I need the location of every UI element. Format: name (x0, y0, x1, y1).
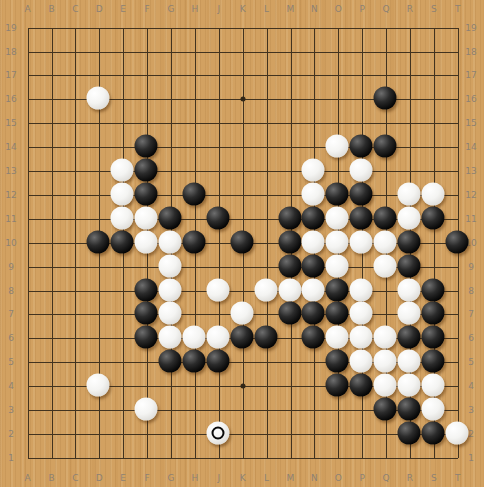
black-stone-S8[interactable] (421, 278, 444, 301)
coord-label-left-14: 14 (5, 142, 16, 152)
white-stone-N8[interactable] (302, 278, 325, 301)
coord-label-top-N: N (311, 4, 318, 14)
coord-label-top-H: H (192, 4, 199, 14)
coord-label-right-19: 19 (465, 23, 476, 33)
last-move-marker (211, 426, 224, 439)
coord-label-right-15: 15 (465, 118, 476, 128)
grid-line-vertical (219, 28, 220, 458)
white-stone-L8[interactable] (254, 278, 277, 301)
black-stone-D10[interactable] (87, 230, 110, 253)
white-stone-O6[interactable] (326, 326, 349, 349)
white-stone-H6[interactable] (182, 326, 205, 349)
coord-label-top-S: S (431, 4, 437, 14)
white-stone-P6[interactable] (350, 326, 373, 349)
star-point (240, 384, 245, 389)
coord-label-left-1: 1 (8, 453, 14, 463)
black-stone-K10[interactable] (230, 230, 253, 253)
black-stone-Q16[interactable] (374, 87, 397, 110)
coord-label-left-9: 9 (8, 262, 14, 272)
coord-label-left-11: 11 (5, 214, 16, 224)
black-stone-F13[interactable] (135, 159, 158, 182)
white-stone-F3[interactable] (135, 398, 158, 421)
coord-label-top-C: C (72, 4, 78, 14)
white-stone-D4[interactable] (87, 374, 110, 397)
coord-label-bottom-M: M (287, 473, 295, 483)
white-stone-E13[interactable] (111, 159, 134, 182)
black-stone-O7[interactable] (326, 302, 349, 325)
coord-label-left-13: 13 (5, 166, 16, 176)
black-stone-R3[interactable] (398, 398, 421, 421)
coord-label-right-12: 12 (465, 190, 476, 200)
black-stone-O8[interactable] (326, 278, 349, 301)
coord-label-left-15: 15 (5, 118, 16, 128)
coord-label-left-6: 6 (8, 333, 14, 343)
coord-label-bottom-L: L (264, 473, 269, 483)
black-stone-Q14[interactable] (374, 135, 397, 158)
coord-label-top-O: O (335, 4, 342, 14)
coord-label-right-18: 18 (465, 47, 476, 57)
white-stone-P10[interactable] (350, 230, 373, 253)
black-stone-S6[interactable] (421, 326, 444, 349)
coord-label-bottom-B: B (48, 473, 54, 483)
black-stone-H10[interactable] (182, 230, 205, 253)
black-stone-N9[interactable] (302, 254, 325, 277)
white-stone-Q4[interactable] (374, 374, 397, 397)
coord-label-bottom-J: J (217, 473, 220, 483)
black-stone-P11[interactable] (350, 206, 373, 229)
white-stone-Q6[interactable] (374, 326, 397, 349)
white-stone-S3[interactable] (421, 398, 444, 421)
coord-label-bottom-D: D (96, 473, 103, 483)
black-stone-J11[interactable] (206, 206, 229, 229)
coord-label-left-2: 2 (8, 429, 14, 439)
white-stone-R11[interactable] (398, 206, 421, 229)
white-stone-F10[interactable] (135, 230, 158, 253)
black-stone-F7[interactable] (135, 302, 158, 325)
black-stone-S2[interactable] (421, 421, 444, 444)
white-stone-T2[interactable] (445, 421, 468, 444)
grid-line-horizontal (28, 458, 458, 459)
coord-label-top-L: L (264, 4, 269, 14)
coord-label-left-10: 10 (5, 238, 16, 248)
grid-line-vertical (75, 28, 76, 458)
black-stone-O5[interactable] (326, 350, 349, 373)
coord-label-top-G: G (168, 4, 175, 14)
coord-label-right-17: 17 (465, 70, 476, 80)
coord-label-left-12: 12 (5, 190, 16, 200)
white-stone-D16[interactable] (87, 87, 110, 110)
grid-line-vertical (28, 28, 29, 458)
coord-label-bottom-F: F (145, 473, 150, 483)
coord-label-top-F: F (145, 4, 150, 14)
white-stone-P5[interactable] (350, 350, 373, 373)
black-stone-M9[interactable] (278, 254, 301, 277)
coord-label-bottom-O: O (335, 473, 342, 483)
white-stone-N10[interactable] (302, 230, 325, 253)
coord-label-bottom-G: G (168, 473, 175, 483)
coord-label-bottom-P: P (359, 473, 364, 483)
coord-label-top-M: M (287, 4, 295, 14)
white-stone-R4[interactable] (398, 374, 421, 397)
black-stone-F14[interactable] (135, 135, 158, 158)
black-stone-S11[interactable] (421, 206, 444, 229)
white-stone-Q10[interactable] (374, 230, 397, 253)
black-stone-G5[interactable] (159, 350, 182, 373)
coord-label-bottom-R: R (407, 473, 413, 483)
black-stone-N11[interactable] (302, 206, 325, 229)
coord-label-bottom-T: T (455, 473, 461, 483)
coord-label-left-18: 18 (5, 47, 16, 57)
black-stone-L6[interactable] (254, 326, 277, 349)
coord-label-right-16: 16 (465, 94, 476, 104)
coord-label-top-Q: Q (383, 4, 390, 14)
black-stone-H12[interactable] (182, 182, 205, 205)
coord-label-top-P: P (359, 4, 364, 14)
white-stone-G8[interactable] (159, 278, 182, 301)
coord-label-left-19: 19 (5, 23, 16, 33)
coord-label-right-9: 9 (468, 262, 474, 272)
coord-label-bottom-E: E (120, 473, 126, 483)
white-stone-J6[interactable] (206, 326, 229, 349)
coord-label-bottom-S: S (431, 473, 437, 483)
white-stone-F11[interactable] (135, 206, 158, 229)
black-stone-G11[interactable] (159, 206, 182, 229)
coord-label-bottom-K: K (240, 473, 246, 483)
black-stone-Q3[interactable] (374, 398, 397, 421)
black-stone-E10[interactable] (111, 230, 134, 253)
black-stone-P4[interactable] (350, 374, 373, 397)
coord-label-left-3: 3 (8, 405, 14, 415)
white-stone-G9[interactable] (159, 254, 182, 277)
coord-label-left-8: 8 (8, 286, 14, 296)
black-stone-Q11[interactable] (374, 206, 397, 229)
black-stone-N6[interactable] (302, 326, 325, 349)
coord-label-right-5: 5 (468, 357, 474, 367)
black-stone-O4[interactable] (326, 374, 349, 397)
coord-label-left-5: 5 (8, 357, 14, 367)
coord-label-left-16: 16 (5, 94, 16, 104)
coord-label-right-7: 7 (468, 309, 474, 319)
coord-label-right-1: 1 (468, 453, 474, 463)
coord-label-right-6: 6 (468, 333, 474, 343)
black-stone-P14[interactable] (350, 135, 373, 158)
black-stone-S5[interactable] (421, 350, 444, 373)
white-stone-R8[interactable] (398, 278, 421, 301)
coord-label-right-2: 2 (468, 429, 474, 439)
coord-label-right-14: 14 (465, 142, 476, 152)
black-stone-R2[interactable] (398, 421, 421, 444)
white-stone-J8[interactable] (206, 278, 229, 301)
black-stone-P12[interactable] (350, 182, 373, 205)
white-stone-S12[interactable] (421, 182, 444, 205)
white-stone-P7[interactable] (350, 302, 373, 325)
black-stone-M7[interactable] (278, 302, 301, 325)
coord-label-top-D: D (96, 4, 103, 14)
black-stone-H5[interactable] (182, 350, 205, 373)
black-stone-R9[interactable] (398, 254, 421, 277)
black-stone-N7[interactable] (302, 302, 325, 325)
white-stone-Q5[interactable] (374, 350, 397, 373)
coord-label-bottom-Q: Q (383, 473, 390, 483)
white-stone-N13[interactable] (302, 159, 325, 182)
coord-label-right-3: 3 (468, 405, 474, 415)
coord-label-top-B: B (48, 4, 54, 14)
black-stone-S7[interactable] (421, 302, 444, 325)
white-stone-O11[interactable] (326, 206, 349, 229)
black-stone-J5[interactable] (206, 350, 229, 373)
black-stone-R6[interactable] (398, 326, 421, 349)
white-stone-R7[interactable] (398, 302, 421, 325)
white-stone-P13[interactable] (350, 159, 373, 182)
coord-label-top-K: K (240, 4, 246, 14)
black-stone-F12[interactable] (135, 182, 158, 205)
white-stone-G6[interactable] (159, 326, 182, 349)
black-stone-O12[interactable] (326, 182, 349, 205)
white-stone-O10[interactable] (326, 230, 349, 253)
white-stone-P8[interactable] (350, 278, 373, 301)
white-stone-O14[interactable] (326, 135, 349, 158)
black-stone-M11[interactable] (278, 206, 301, 229)
black-stone-R10[interactable] (398, 230, 421, 253)
white-stone-R12[interactable] (398, 182, 421, 205)
white-stone-R5[interactable] (398, 350, 421, 373)
coord-label-left-17: 17 (5, 70, 16, 80)
coord-label-bottom-A: A (25, 473, 31, 483)
white-stone-G7[interactable] (159, 302, 182, 325)
white-stone-M8[interactable] (278, 278, 301, 301)
coord-label-top-R: R (407, 4, 413, 14)
coord-label-right-13: 13 (465, 166, 476, 176)
white-stone-G10[interactable] (159, 230, 182, 253)
star-point (240, 97, 245, 102)
white-stone-N12[interactable] (302, 182, 325, 205)
white-stone-S4[interactable] (421, 374, 444, 397)
black-stone-F6[interactable] (135, 326, 158, 349)
black-stone-M10[interactable] (278, 230, 301, 253)
grid-line-vertical (267, 28, 268, 458)
coord-label-top-J: J (217, 4, 220, 14)
coord-label-right-4: 4 (468, 381, 474, 391)
black-stone-T10[interactable] (445, 230, 468, 253)
coord-label-bottom-H: H (192, 473, 199, 483)
black-stone-K6[interactable] (230, 326, 253, 349)
black-stone-F8[interactable] (135, 278, 158, 301)
go-board[interactable]: ABCDEFGHJKLMNOPQRSTABCDEFGHJKLMNOPQRST19… (0, 0, 484, 487)
coord-label-bottom-C: C (72, 473, 78, 483)
coord-label-top-A: A (25, 4, 31, 14)
coord-label-top-E: E (120, 4, 126, 14)
coord-label-right-8: 8 (468, 286, 474, 296)
coord-label-left-4: 4 (8, 381, 14, 391)
grid-line-vertical (52, 28, 53, 458)
white-stone-Q9[interactable] (374, 254, 397, 277)
coord-label-top-T: T (455, 4, 461, 14)
coord-label-bottom-N: N (311, 473, 318, 483)
white-stone-O9[interactable] (326, 254, 349, 277)
white-stone-E11[interactable] (111, 206, 134, 229)
coord-label-left-7: 7 (8, 309, 14, 319)
white-stone-K7[interactable] (230, 302, 253, 325)
coord-label-right-11: 11 (465, 214, 476, 224)
white-stone-E12[interactable] (111, 182, 134, 205)
